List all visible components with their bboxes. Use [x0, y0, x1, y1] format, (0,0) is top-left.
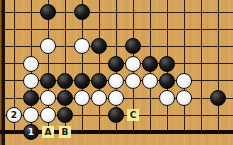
- white-stone: [125, 56, 141, 72]
- black-stone: [159, 56, 175, 72]
- black-stone: [210, 90, 226, 106]
- white-stone: [125, 73, 141, 89]
- white-stone: [74, 90, 90, 106]
- black-stone: [40, 73, 56, 89]
- black-stone: [108, 56, 124, 72]
- black-stone: [23, 90, 39, 106]
- grid-hline: [4, 29, 233, 30]
- white-stone: [23, 73, 39, 89]
- grid-hline: [4, 12, 233, 13]
- point-label-a[interactable]: A: [42, 126, 54, 138]
- black-stone: [40, 4, 56, 20]
- white-stone: [159, 90, 175, 106]
- board-left-border: [0, 0, 5, 145]
- point-label-b[interactable]: B: [59, 126, 71, 138]
- point-label-c[interactable]: C: [127, 109, 139, 121]
- black-stone: [57, 90, 73, 106]
- white-stone: [176, 73, 192, 89]
- white-stone: [108, 90, 124, 106]
- white-stone: [23, 56, 39, 72]
- black-stone: [74, 4, 90, 20]
- white-stone: [142, 73, 158, 89]
- black-stone: [142, 56, 158, 72]
- grid-hline: [4, 46, 233, 47]
- black-stone: [74, 73, 90, 89]
- white-stone: [176, 90, 192, 106]
- white-stone: [40, 90, 56, 106]
- go-board[interactable]: 2C1AB: [0, 0, 233, 145]
- black-stone: [57, 73, 73, 89]
- black-stone: [159, 73, 175, 89]
- white-stone: [108, 73, 124, 89]
- black-stone: [91, 73, 107, 89]
- white-stone: [91, 90, 107, 106]
